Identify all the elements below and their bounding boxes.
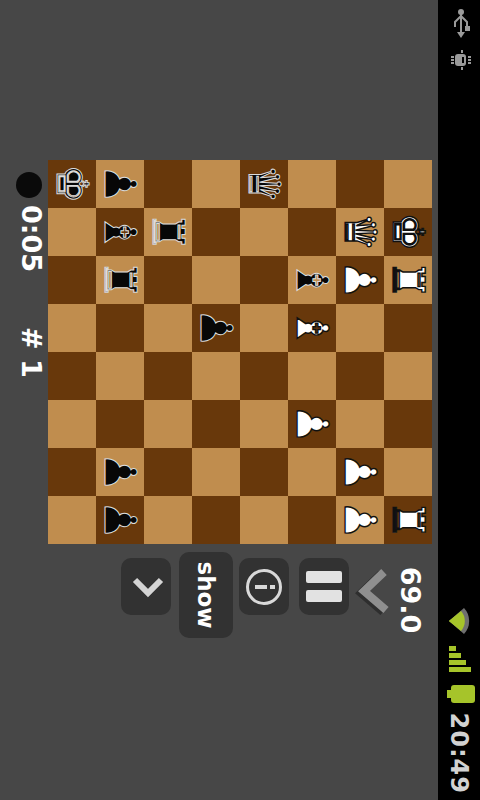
square-5-5[interactable] — [144, 400, 192, 448]
square-2-7[interactable] — [288, 496, 336, 544]
square-5-3[interactable] — [144, 304, 192, 352]
black-bishop: ♝ — [96, 212, 144, 251]
black-bishop: ♝ — [288, 260, 336, 299]
square-3-6[interactable] — [240, 448, 288, 496]
square-7-7[interactable] — [48, 496, 96, 544]
puzzle-timer: 0:05 — [16, 205, 46, 272]
square-6-2[interactable]: ♜ — [96, 256, 144, 304]
square-5-6[interactable] — [144, 448, 192, 496]
square-7-5[interactable] — [48, 400, 96, 448]
square-2-1[interactable] — [288, 208, 336, 256]
score-value: 69.0 — [393, 556, 427, 644]
info-button[interactable] — [239, 558, 289, 615]
square-0-1[interactable]: ♚ — [384, 208, 432, 256]
square-1-5[interactable] — [336, 400, 384, 448]
square-2-5[interactable]: ♟ — [288, 400, 336, 448]
square-0-0[interactable] — [384, 160, 432, 208]
menu-bars-icon — [306, 571, 342, 602]
black-rook: ♜ — [144, 212, 192, 251]
square-3-5[interactable] — [240, 400, 288, 448]
white-pawn: ♟ — [336, 260, 384, 299]
wifi-icon — [444, 606, 474, 636]
black-pawn: ♟ — [192, 308, 240, 347]
square-1-7[interactable]: ♟ — [336, 496, 384, 544]
square-3-0[interactable]: ♛ — [240, 160, 288, 208]
show-button[interactable]: show — [179, 552, 233, 638]
white-bishop: ♝ — [288, 308, 336, 347]
white-queen: ♛ — [336, 212, 384, 251]
usb-icon — [446, 8, 472, 38]
square-4-6[interactable] — [192, 448, 240, 496]
white-pawn: ♟ — [336, 452, 384, 491]
chess-board[interactable]: ♚♜♜♛♟♟♟♝♝♟♛♟♜♟♝♜♟♟♚ — [48, 160, 432, 544]
menu-button[interactable] — [299, 558, 349, 615]
next-move-button[interactable] — [121, 558, 171, 615]
square-0-2[interactable]: ♜ — [384, 256, 432, 304]
square-0-3[interactable] — [384, 304, 432, 352]
square-5-2[interactable] — [144, 256, 192, 304]
black-pawn: ♟ — [96, 452, 144, 491]
battery-icon — [442, 684, 476, 704]
square-6-3[interactable] — [96, 304, 144, 352]
white-pawn: ♟ — [336, 500, 384, 539]
black-rook: ♜ — [96, 260, 144, 299]
square-5-1[interactable]: ♜ — [144, 208, 192, 256]
white-pawn: ♟ — [288, 404, 336, 443]
square-1-4[interactable] — [336, 352, 384, 400]
signal-icon — [444, 645, 474, 675]
show-button-label: show — [193, 561, 219, 628]
square-1-6[interactable]: ♟ — [336, 448, 384, 496]
status-bar: 20:49 — [438, 0, 480, 800]
square-0-7[interactable]: ♜ — [384, 496, 432, 544]
square-4-4[interactable] — [192, 352, 240, 400]
square-5-7[interactable] — [144, 496, 192, 544]
square-2-3[interactable]: ♝ — [288, 304, 336, 352]
square-1-3[interactable] — [336, 304, 384, 352]
square-2-4[interactable] — [288, 352, 336, 400]
square-6-0[interactable]: ♟ — [96, 160, 144, 208]
square-7-4[interactable] — [48, 352, 96, 400]
white-rook: ♜ — [384, 500, 432, 539]
chess-app-surface: 20:49 ♚♜♜♛♟♟♟♝♝♟♛♟♜♟♝♜♟♟♚ 0:05 # 1 69.0 — [0, 0, 480, 800]
black-to-move-indicator — [16, 172, 42, 198]
square-4-2[interactable] — [192, 256, 240, 304]
square-4-1[interactable] — [192, 208, 240, 256]
square-7-0[interactable]: ♚ — [48, 160, 96, 208]
square-3-1[interactable] — [240, 208, 288, 256]
square-6-1[interactable]: ♝ — [96, 208, 144, 256]
swoosh-chevron-icon — [344, 566, 392, 618]
square-6-7[interactable]: ♟ — [96, 496, 144, 544]
white-king: ♚ — [384, 212, 432, 251]
square-0-5[interactable] — [384, 400, 432, 448]
square-3-7[interactable] — [240, 496, 288, 544]
square-2-6[interactable] — [288, 448, 336, 496]
square-7-1[interactable] — [48, 208, 96, 256]
status-bar-left — [445, 0, 473, 72]
square-3-3[interactable] — [240, 304, 288, 352]
square-7-6[interactable] — [48, 448, 96, 496]
adb-debug-icon — [445, 48, 473, 72]
square-4-0[interactable] — [192, 160, 240, 208]
puzzle-number: # 1 — [16, 327, 46, 378]
square-2-2[interactable]: ♝ — [288, 256, 336, 304]
square-5-0[interactable] — [144, 160, 192, 208]
black-king: ♚ — [48, 164, 96, 203]
square-2-0[interactable] — [288, 160, 336, 208]
white-rook: ♜ — [384, 260, 432, 299]
square-6-4[interactable] — [96, 352, 144, 400]
square-1-0[interactable] — [336, 160, 384, 208]
square-7-3[interactable] — [48, 304, 96, 352]
square-4-3[interactable]: ♟ — [192, 304, 240, 352]
square-6-5[interactable] — [96, 400, 144, 448]
square-5-4[interactable] — [144, 352, 192, 400]
square-7-2[interactable] — [48, 256, 96, 304]
info-icon — [246, 569, 282, 605]
black-pawn: ♟ — [96, 500, 144, 539]
square-3-2[interactable] — [240, 256, 288, 304]
status-bar-right: 20:49 — [442, 606, 476, 800]
square-1-2[interactable]: ♟ — [336, 256, 384, 304]
square-0-6[interactable] — [384, 448, 432, 496]
square-4-7[interactable] — [192, 496, 240, 544]
black-pawn: ♟ — [96, 164, 144, 203]
square-0-4[interactable] — [384, 352, 432, 400]
phone-screen: 20:49 ♚♜♜♛♟♟♟♝♝♟♛♟♜♟♝♜♟♟♚ 0:05 # 1 69.0 — [0, 0, 480, 800]
black-queen: ♛ — [240, 164, 288, 203]
status-clock: 20:49 — [445, 713, 473, 794]
square-1-1[interactable]: ♛ — [336, 208, 384, 256]
square-6-6[interactable]: ♟ — [96, 448, 144, 496]
square-3-4[interactable] — [240, 352, 288, 400]
square-4-5[interactable] — [192, 400, 240, 448]
chevron-right-icon — [127, 576, 165, 598]
